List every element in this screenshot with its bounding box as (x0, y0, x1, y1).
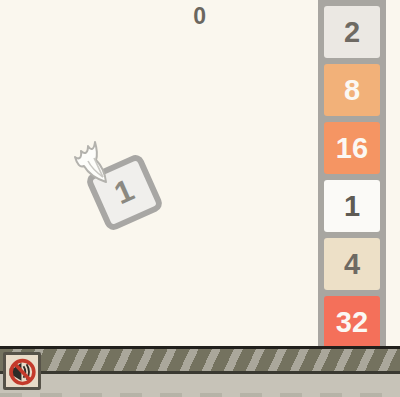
pipe-tile-value: 1 (344, 190, 360, 223)
game-stage[interactable]: 0 1 2 8 16 1 4 32 (0, 0, 400, 397)
pipe-tile: 2 (324, 6, 380, 58)
pipe-tile: 4 (324, 238, 380, 290)
pipe-tile: 16 (324, 122, 380, 174)
pipe-column: 2 8 16 1 4 32 (318, 0, 386, 346)
ground (0, 346, 400, 397)
hazard-stripes (0, 349, 400, 371)
pipe-tile: 32 (324, 296, 380, 346)
pipe-tile-value: 16 (336, 132, 368, 165)
pipe-tile-value: 32 (336, 306, 368, 339)
pipe-tile: 1 (324, 180, 380, 232)
pipe-tile-value: 8 (344, 74, 360, 107)
ground-base (0, 374, 400, 397)
wing-icon (73, 138, 117, 186)
ground-bottom-dashes (0, 393, 400, 397)
pipe-tile-value: 4 (344, 248, 360, 281)
muted-speaker-icon (8, 357, 37, 386)
mute-button[interactable] (3, 352, 41, 390)
pipe-tile: 8 (324, 64, 380, 116)
pipe-tile-value: 2 (344, 16, 360, 49)
bird-tile: 1 (70, 136, 180, 248)
